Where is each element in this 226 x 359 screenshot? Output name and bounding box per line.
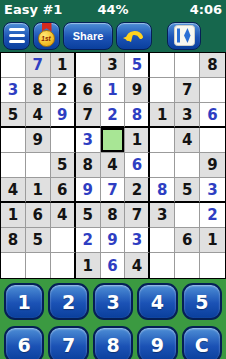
cell-r1-c1[interactable] bbox=[1, 53, 26, 78]
sudoku-board: 7135838261975497281369314584694169728531… bbox=[0, 52, 226, 279]
cell-r7-c3[interactable]: 4 bbox=[51, 203, 76, 228]
cell-r4-c8[interactable]: 4 bbox=[175, 128, 200, 153]
cell-r7-c6[interactable]: 7 bbox=[125, 203, 150, 228]
cell-r7-c1[interactable]: 1 bbox=[1, 203, 26, 228]
cell-r3-c6[interactable]: 8 bbox=[125, 103, 150, 128]
cell-r8-c6[interactable]: 3 bbox=[125, 228, 150, 253]
cell-r5-c2[interactable] bbox=[26, 153, 51, 178]
pad-toggle-icon bbox=[174, 25, 195, 46]
undo-icon bbox=[123, 28, 145, 43]
cell-r8-c9[interactable]: 1 bbox=[200, 228, 225, 253]
pad-toggle-button[interactable] bbox=[167, 22, 201, 50]
cell-r2-c7[interactable] bbox=[150, 78, 175, 103]
cell-r9-c9[interactable] bbox=[200, 253, 225, 278]
cell-r4-c2[interactable]: 9 bbox=[26, 128, 51, 153]
cell-r9-c5[interactable]: 6 bbox=[101, 253, 126, 278]
cell-r9-c4[interactable]: 1 bbox=[76, 253, 101, 278]
puzzle-title: Easy #1 bbox=[4, 0, 97, 19]
cell-r2-c5[interactable]: 1 bbox=[101, 78, 126, 103]
cell-r3-c8[interactable]: 3 bbox=[175, 103, 200, 128]
cell-r7-c5[interactable]: 8 bbox=[101, 203, 126, 228]
cell-r6-c8[interactable]: 5 bbox=[175, 178, 200, 203]
key-6[interactable]: 6 bbox=[4, 326, 44, 359]
cell-r3-c9[interactable]: 6 bbox=[200, 103, 225, 128]
cell-r6-c6[interactable]: 2 bbox=[125, 178, 150, 203]
cell-r4-c9[interactable] bbox=[200, 128, 225, 153]
menu-button[interactable] bbox=[3, 22, 30, 50]
timer: 4:06 bbox=[129, 0, 222, 19]
cell-r4-c6[interactable]: 1 bbox=[125, 128, 150, 153]
progress-percent: 44% bbox=[97, 0, 128, 19]
cell-r9-c7[interactable] bbox=[150, 253, 175, 278]
cell-r8-c2[interactable]: 5 bbox=[26, 228, 51, 253]
cell-r7-c8[interactable] bbox=[175, 203, 200, 228]
cell-r5-c7[interactable] bbox=[150, 153, 175, 178]
key-C[interactable]: C bbox=[182, 326, 222, 359]
key-5[interactable]: 5 bbox=[182, 283, 222, 320]
cell-r6-c9[interactable]: 3 bbox=[200, 178, 225, 203]
cell-r4-c5[interactable] bbox=[101, 128, 126, 153]
cell-r8-c8[interactable]: 6 bbox=[175, 228, 200, 253]
key-3[interactable]: 3 bbox=[93, 283, 133, 320]
cell-r6-c4[interactable]: 9 bbox=[76, 178, 101, 203]
status-bar: Easy #1 44% 4:06 bbox=[0, 0, 226, 19]
cell-r3-c1[interactable]: 5 bbox=[1, 103, 26, 128]
number-pad: 123456789C bbox=[0, 279, 226, 359]
key-9[interactable]: 9 bbox=[137, 326, 177, 359]
cell-r7-c4[interactable]: 5 bbox=[76, 203, 101, 228]
cell-r5-c4[interactable]: 8 bbox=[76, 153, 101, 178]
cell-r5-c5[interactable]: 4 bbox=[101, 153, 126, 178]
cell-r3-c4[interactable]: 7 bbox=[76, 103, 101, 128]
cell-r7-c7[interactable]: 3 bbox=[150, 203, 175, 228]
cell-r9-c2[interactable] bbox=[26, 253, 51, 278]
medal-coin-label: 1st bbox=[38, 30, 55, 47]
cell-r6-c5[interactable]: 7 bbox=[101, 178, 126, 203]
cell-r6-c2[interactable]: 1 bbox=[26, 178, 51, 203]
cell-r5-c9[interactable]: 9 bbox=[200, 153, 225, 178]
cell-r6-c1[interactable]: 4 bbox=[1, 178, 26, 203]
cell-r1-c8[interactable] bbox=[175, 53, 200, 78]
cell-r9-c3[interactable] bbox=[51, 253, 76, 278]
toolbar: 1st Share bbox=[0, 19, 226, 52]
share-button[interactable]: Share bbox=[63, 22, 113, 50]
cell-r1-c6[interactable]: 5 bbox=[125, 53, 150, 78]
cell-r1-c4[interactable] bbox=[76, 53, 101, 78]
cell-r1-c2[interactable]: 7 bbox=[26, 53, 51, 78]
cell-r2-c3[interactable]: 2 bbox=[51, 78, 76, 103]
cell-r9-c6[interactable]: 4 bbox=[125, 253, 150, 278]
cell-r5-c3[interactable]: 5 bbox=[51, 153, 76, 178]
key-7[interactable]: 7 bbox=[48, 326, 88, 359]
cell-r3-c7[interactable]: 1 bbox=[150, 103, 175, 128]
key-4[interactable]: 4 bbox=[137, 283, 177, 320]
medal-button[interactable]: 1st bbox=[33, 22, 60, 50]
cell-r5-c8[interactable] bbox=[175, 153, 200, 178]
key-1[interactable]: 1 bbox=[4, 283, 44, 320]
cell-r6-c3[interactable]: 6 bbox=[51, 178, 76, 203]
cell-r8-c1[interactable]: 8 bbox=[1, 228, 26, 253]
cell-r2-c2[interactable]: 8 bbox=[26, 78, 51, 103]
cell-r3-c2[interactable]: 4 bbox=[26, 103, 51, 128]
cell-r4-c3[interactable] bbox=[51, 128, 76, 153]
cell-r8-c5[interactable]: 9 bbox=[101, 228, 126, 253]
cell-r4-c7[interactable] bbox=[150, 128, 175, 153]
key-2[interactable]: 2 bbox=[48, 283, 88, 320]
key-8[interactable]: 8 bbox=[93, 326, 133, 359]
cell-r2-c6[interactable]: 9 bbox=[125, 78, 150, 103]
cell-r2-c8[interactable]: 7 bbox=[175, 78, 200, 103]
cell-r8-c7[interactable] bbox=[150, 228, 175, 253]
cell-r7-c2[interactable]: 6 bbox=[26, 203, 51, 228]
cell-r9-c8[interactable] bbox=[175, 253, 200, 278]
cell-r1-c9[interactable]: 8 bbox=[200, 53, 225, 78]
cell-r6-c7[interactable]: 8 bbox=[150, 178, 175, 203]
cell-r2-c9[interactable] bbox=[200, 78, 225, 103]
cell-r8-c4[interactable]: 2 bbox=[76, 228, 101, 253]
share-label: Share bbox=[73, 30, 104, 42]
cell-r9-c1[interactable] bbox=[1, 253, 26, 278]
undo-button[interactable] bbox=[116, 22, 152, 50]
menu-icon bbox=[9, 28, 25, 43]
cell-r5-c6[interactable]: 6 bbox=[125, 153, 150, 178]
cell-r8-c3[interactable] bbox=[51, 228, 76, 253]
sudoku-app: Easy #1 44% 4:06 1st Share bbox=[0, 0, 226, 359]
cell-r4-c4[interactable]: 3 bbox=[76, 128, 101, 153]
cell-r2-c4[interactable]: 6 bbox=[76, 78, 101, 103]
cell-r1-c5[interactable]: 3 bbox=[101, 53, 126, 78]
cell-r5-c1[interactable] bbox=[1, 153, 26, 178]
cell-r7-c9[interactable]: 2 bbox=[200, 203, 225, 228]
cell-r1-c3[interactable]: 1 bbox=[51, 53, 76, 78]
cell-r2-c1[interactable]: 3 bbox=[1, 78, 26, 103]
cell-r1-c7[interactable] bbox=[150, 53, 175, 78]
cell-r3-c5[interactable]: 2 bbox=[101, 103, 126, 128]
cell-r3-c3[interactable]: 9 bbox=[51, 103, 76, 128]
cell-r4-c1[interactable] bbox=[1, 128, 26, 153]
medal-icon: 1st bbox=[37, 23, 57, 49]
